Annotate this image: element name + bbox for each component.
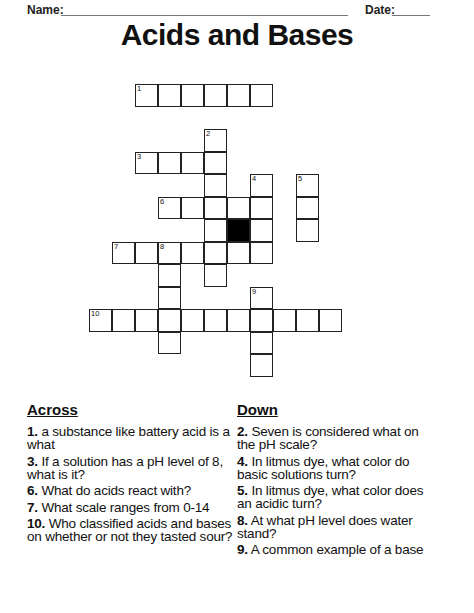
cell-number: 6 xyxy=(160,198,164,206)
grid-cell[interactable] xyxy=(181,84,204,107)
grid-cell[interactable] xyxy=(250,354,273,377)
grid-cell[interactable]: 5 xyxy=(296,174,319,197)
cell-number: 3 xyxy=(137,153,141,161)
grid-cell[interactable] xyxy=(181,197,204,220)
clue-number: 6. xyxy=(27,483,38,498)
grid-cell[interactable] xyxy=(181,309,204,332)
cell-number: 8 xyxy=(160,243,164,251)
grid-cell[interactable] xyxy=(227,242,250,265)
grid-cell[interactable] xyxy=(273,309,296,332)
grid-cell[interactable] xyxy=(250,197,273,220)
cell-number: 5 xyxy=(298,175,302,183)
black-cell xyxy=(227,219,250,242)
down-heading: Down xyxy=(237,401,439,418)
clue-text: Seven is considered what on the pH scale… xyxy=(237,424,419,452)
date-input-line[interactable] xyxy=(392,2,430,16)
cell-number: 7 xyxy=(114,243,118,251)
grid-cell[interactable] xyxy=(296,309,319,332)
clue-down-4: 4. In litmus dye, what color do basic so… xyxy=(237,455,439,481)
clue-text: What do acids react with? xyxy=(41,483,191,498)
clue-text: A common example of a base xyxy=(251,542,424,557)
clue-text: If a solution has a pH level of 8, what … xyxy=(27,454,223,482)
grid-cell[interactable] xyxy=(250,242,273,265)
grid-cell[interactable]: 2 xyxy=(204,129,227,152)
grid-cell[interactable] xyxy=(250,219,273,242)
clue-down-8: 8. At what pH level does water stand? xyxy=(237,514,439,540)
grid-cell[interactable] xyxy=(204,174,227,197)
grid-cell[interactable]: 6 xyxy=(158,197,181,220)
grid-cell[interactable] xyxy=(158,309,181,332)
across-clues-section: Across 1. a substance like battery acid … xyxy=(27,401,239,547)
grid-cell[interactable] xyxy=(319,309,342,332)
cell-number: 1 xyxy=(137,85,141,93)
grid-cell[interactable]: 9 xyxy=(250,287,273,310)
grid-cell[interactable] xyxy=(227,197,250,220)
clue-text: What scale ranges from 0-14 xyxy=(41,500,209,515)
date-label: Date: xyxy=(365,3,395,17)
clue-across-6: 6. What do acids react with? xyxy=(27,484,239,497)
grid-cell[interactable] xyxy=(135,309,158,332)
grid-cell[interactable] xyxy=(204,152,227,175)
clue-text: a substance like battery acid is a what xyxy=(27,424,230,452)
clue-text: In litmus dye, what color do basic solut… xyxy=(237,454,409,482)
grid-cell[interactable] xyxy=(181,152,204,175)
grid-cell[interactable] xyxy=(296,197,319,220)
grid-cell[interactable] xyxy=(112,309,135,332)
clue-down-2: 2. Seven is considered what on the pH sc… xyxy=(237,425,439,451)
grid-cell[interactable] xyxy=(135,242,158,265)
worksheet-page: Name: Date: Acids and Bases 12345678910 … xyxy=(0,0,474,613)
grid-cell[interactable] xyxy=(250,332,273,355)
grid-cell[interactable] xyxy=(250,309,273,332)
clue-across-7: 7. What scale ranges from 0-14 xyxy=(27,501,239,514)
grid-cell[interactable] xyxy=(181,242,204,265)
grid-cell[interactable] xyxy=(204,309,227,332)
puzzle-title: Acids and Bases xyxy=(0,17,474,53)
grid-cell[interactable]: 8 xyxy=(158,242,181,265)
down-clues-section: Down 2. Seven is considered what on the … xyxy=(237,401,439,560)
clue-down-5: 5. In litmus dye, what color does an aci… xyxy=(237,484,439,510)
grid-cell[interactable] xyxy=(250,84,273,107)
name-label: Name: xyxy=(27,3,64,17)
cell-number: 9 xyxy=(252,288,256,296)
cell-number: 4 xyxy=(252,175,256,183)
grid-cell[interactable] xyxy=(296,219,319,242)
grid-cell[interactable]: 3 xyxy=(135,152,158,175)
clue-across-1: 1. a substance like battery acid is a wh… xyxy=(27,425,239,451)
grid-cell[interactable] xyxy=(204,197,227,220)
cell-number: 10 xyxy=(91,310,99,318)
grid-cell[interactable] xyxy=(204,264,227,287)
clue-text: At what pH level does water stand? xyxy=(237,513,413,541)
clue-number: 7. xyxy=(27,500,38,515)
grid-cell[interactable] xyxy=(158,264,181,287)
grid-cell[interactable] xyxy=(158,84,181,107)
across-heading: Across xyxy=(27,401,239,418)
grid-cell[interactable] xyxy=(227,84,250,107)
grid-cell[interactable] xyxy=(204,84,227,107)
grid-cell[interactable] xyxy=(227,309,250,332)
clue-across-10: 10. Who classified acids and bases on wh… xyxy=(27,517,239,543)
cell-number: 2 xyxy=(206,130,210,138)
grid-cell[interactable] xyxy=(204,242,227,265)
clue-text: In litmus dye, what color does an acidic… xyxy=(237,483,423,511)
grid-cell[interactable] xyxy=(158,332,181,355)
clue-down-9: 9. A common example of a base xyxy=(237,543,439,556)
grid-cell[interactable]: 1 xyxy=(135,84,158,107)
grid-cell[interactable] xyxy=(158,287,181,310)
grid-cell[interactable]: 4 xyxy=(250,174,273,197)
grid-cell[interactable]: 7 xyxy=(112,242,135,265)
crossword-grid[interactable]: 12345678910 xyxy=(89,84,342,377)
clue-text: Who classified acids and bases on whethe… xyxy=(27,516,232,544)
grid-cell[interactable] xyxy=(158,152,181,175)
clue-number: 9. xyxy=(237,542,248,557)
clue-across-3: 3. If a solution has a pH level of 8, wh… xyxy=(27,455,239,481)
grid-cell[interactable] xyxy=(204,219,227,242)
name-input-line[interactable] xyxy=(61,2,348,16)
grid-cell[interactable]: 10 xyxy=(89,309,112,332)
